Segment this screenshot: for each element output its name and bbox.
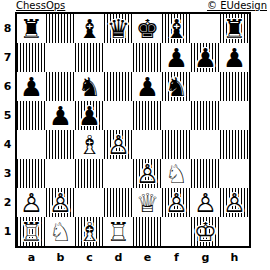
square-h2: ♙ (220, 188, 249, 217)
square-d3 (104, 159, 133, 188)
square-e2: ♕ (133, 188, 162, 217)
piece-white-knight-f3: ♘ (162, 159, 191, 188)
piece-black-rook-a8: ♜ (17, 14, 46, 43)
piece-white-rook-a1: ♖ (17, 217, 46, 246)
square-a3 (17, 159, 46, 188)
file-label-e: e (133, 250, 162, 264)
rank-label-7: 7 (0, 43, 15, 72)
square-e4 (133, 130, 162, 159)
header-bar: ChessOps © EUdesign (0, 0, 270, 12)
piece-white-pawn-h2: ♙ (220, 188, 249, 217)
square-b3 (46, 159, 75, 188)
square-c5: ♟ (75, 101, 104, 130)
piece-white-pawn-b2: ♙ (46, 188, 75, 217)
square-a1: ♖ (17, 217, 46, 246)
rank-label-4: 4 (0, 130, 15, 159)
square-a7 (17, 43, 46, 72)
square-c4: ♗ (75, 130, 104, 159)
piece-white-pawn-a2: ♙ (17, 188, 46, 217)
square-d6 (104, 72, 133, 101)
piece-black-pawn-c5: ♟ (75, 101, 104, 130)
chess-diagram-screen: ChessOps © EUdesign 87654321 ♜♝♛♚♝♜♟♟♟♟♞… (0, 0, 270, 270)
square-e6: ♟ (133, 72, 162, 101)
square-b7 (46, 43, 75, 72)
square-d1: ♖ (104, 217, 133, 246)
piece-white-king-g1: ♔ (191, 217, 220, 246)
piece-white-knight-b1: ♘ (46, 217, 75, 246)
square-e7 (133, 43, 162, 72)
square-b2: ♙ (46, 188, 75, 217)
square-a2: ♙ (17, 188, 46, 217)
square-f8: ♝ (162, 14, 191, 43)
piece-black-pawn-f7: ♟ (162, 43, 191, 72)
file-label-b: b (46, 250, 75, 264)
square-d4: ♙ (104, 130, 133, 159)
file-label-d: d (104, 250, 133, 264)
square-h8: ♜ (220, 14, 249, 43)
file-label-a: a (17, 250, 46, 264)
square-h5 (220, 101, 249, 130)
file-label-g: g (191, 250, 220, 264)
square-d8: ♛ (104, 14, 133, 43)
square-g2: ♙ (191, 188, 220, 217)
square-d7 (104, 43, 133, 72)
chess-board: ♜♝♛♚♝♜♟♟♟♟♞♟♞♟♟♗♙♙♘♙♙♕♙♙♙♖♘♗♖♔ (15, 12, 251, 248)
square-f2: ♙ (162, 188, 191, 217)
square-b4 (46, 130, 75, 159)
file-labels: abcdefgh (15, 250, 253, 264)
square-g1: ♔ (191, 217, 220, 246)
piece-white-bishop-c1: ♗ (75, 217, 104, 246)
square-c6: ♞ (75, 72, 104, 101)
square-c8: ♝ (75, 14, 104, 43)
rank-labels: 87654321 (0, 12, 15, 248)
square-e1 (133, 217, 162, 246)
app-title-link[interactable]: ChessOps (16, 0, 65, 11)
square-f7: ♟ (162, 43, 191, 72)
rank-label-2: 2 (0, 188, 15, 217)
square-a5 (17, 101, 46, 130)
square-g8 (191, 14, 220, 43)
square-e3: ♙ (133, 159, 162, 188)
square-c1: ♗ (75, 217, 104, 246)
square-g4 (191, 130, 220, 159)
square-e8: ♚ (133, 14, 162, 43)
square-h3 (220, 159, 249, 188)
file-label-f: f (162, 250, 191, 264)
square-a8: ♜ (17, 14, 46, 43)
rank-label-3: 3 (0, 159, 15, 188)
square-c3 (75, 159, 104, 188)
square-b6 (46, 72, 75, 101)
square-e5 (133, 101, 162, 130)
piece-black-pawn-h7: ♟ (220, 43, 249, 72)
piece-black-king-e8: ♚ (133, 14, 162, 43)
rank-label-6: 6 (0, 72, 15, 101)
square-f3: ♘ (162, 159, 191, 188)
square-g3 (191, 159, 220, 188)
piece-white-pawn-g2: ♙ (191, 188, 220, 217)
square-c2 (75, 188, 104, 217)
square-h6 (220, 72, 249, 101)
square-d5 (104, 101, 133, 130)
square-a6: ♟ (17, 72, 46, 101)
square-f5 (162, 101, 191, 130)
piece-white-pawn-e3: ♙ (133, 159, 162, 188)
square-f1 (162, 217, 191, 246)
piece-black-bishop-c8: ♝ (75, 14, 104, 43)
square-a4 (17, 130, 46, 159)
rank-label-1: 1 (0, 217, 15, 246)
piece-black-pawn-e6: ♟ (133, 72, 162, 101)
piece-white-pawn-f2: ♙ (162, 188, 191, 217)
piece-white-pawn-d4: ♙ (104, 130, 133, 159)
square-b1: ♘ (46, 217, 75, 246)
credit-link[interactable]: © EUdesign (207, 0, 267, 11)
piece-black-bishop-f8: ♝ (162, 14, 191, 43)
square-c7 (75, 43, 104, 72)
file-label-h: h (220, 250, 249, 264)
piece-white-queen-e2: ♕ (133, 188, 162, 217)
square-g6 (191, 72, 220, 101)
piece-black-pawn-a6: ♟ (17, 72, 46, 101)
square-h4 (220, 130, 249, 159)
rank-label-5: 5 (0, 101, 15, 130)
square-b8 (46, 14, 75, 43)
square-g7: ♟ (191, 43, 220, 72)
square-b5: ♟ (46, 101, 75, 130)
square-g5 (191, 101, 220, 130)
square-f6: ♞ (162, 72, 191, 101)
piece-black-knight-c6: ♞ (75, 72, 104, 101)
piece-black-queen-d8: ♛ (104, 14, 133, 43)
square-d2 (104, 188, 133, 217)
square-f4 (162, 130, 191, 159)
square-h7: ♟ (220, 43, 249, 72)
piece-white-bishop-c4: ♗ (75, 130, 104, 159)
rank-label-8: 8 (0, 14, 15, 43)
file-label-c: c (75, 250, 104, 264)
piece-white-rook-d1: ♖ (104, 217, 133, 246)
piece-black-knight-f6: ♞ (162, 72, 191, 101)
board-area: 87654321 ♜♝♛♚♝♜♟♟♟♟♞♟♞♟♟♗♙♙♘♙♙♕♙♙♙♖♘♗♖♔ (0, 12, 251, 248)
piece-black-pawn-g7: ♟ (191, 43, 220, 72)
square-h1 (220, 217, 249, 246)
piece-black-rook-h8: ♜ (220, 14, 249, 43)
piece-black-pawn-b5: ♟ (46, 101, 75, 130)
